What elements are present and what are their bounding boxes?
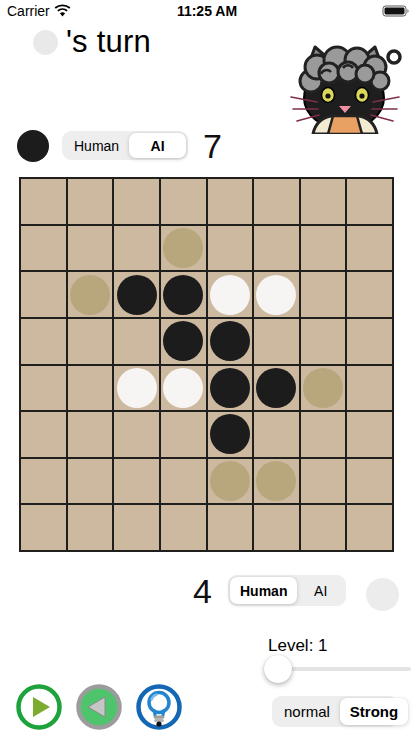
board-cell-f5[interactable] (254, 366, 299, 411)
battery-icon (382, 5, 410, 17)
board-cell-h8[interactable] (347, 505, 392, 550)
white-disc (256, 275, 296, 315)
board-cell-d1[interactable] (161, 179, 206, 224)
board-cell-c4[interactable] (114, 319, 159, 364)
board-cell-d2[interactable] (161, 226, 206, 271)
board-cell-h7[interactable] (347, 459, 392, 504)
white-turn-piece-icon (33, 30, 58, 55)
board-cell-a2[interactable] (21, 226, 66, 271)
board-cell-h1[interactable] (347, 179, 392, 224)
board-cell-d7[interactable] (161, 459, 206, 504)
black-player-panel: Human AI 7 (17, 129, 222, 162)
board-cell-c5[interactable] (114, 366, 159, 411)
board-cell-e5[interactable] (208, 366, 253, 411)
board-cell-h5[interactable] (347, 366, 392, 411)
board-cell-a8[interactable] (21, 505, 66, 550)
turn-label: 's turn (66, 24, 151, 60)
board-cell-h4[interactable] (347, 319, 392, 364)
othello-board[interactable] (19, 177, 394, 552)
white-piece-indicator (366, 578, 399, 611)
board-cell-h6[interactable] (347, 412, 392, 457)
board-cell-d8[interactable] (161, 505, 206, 550)
board-cell-c6[interactable] (114, 412, 159, 457)
legal-move-marker[interactable] (303, 368, 343, 408)
play-icon (16, 684, 62, 730)
board-cell-f4[interactable] (254, 319, 299, 364)
board-cell-d5[interactable] (161, 366, 206, 411)
white-disc (163, 368, 203, 408)
board-cell-c1[interactable] (114, 179, 159, 224)
hint-button[interactable] (136, 684, 182, 730)
undo-button[interactable] (76, 684, 122, 730)
board-cell-e8[interactable] (208, 505, 253, 550)
board-cell-f2[interactable] (254, 226, 299, 271)
board-cell-a3[interactable] (21, 272, 66, 317)
white-disc (210, 275, 250, 315)
board-cell-c8[interactable] (114, 505, 159, 550)
strength-segmented: normal Strong (272, 696, 398, 727)
board-cell-g2[interactable] (301, 226, 346, 271)
board-cell-a7[interactable] (21, 459, 66, 504)
slider-thumb[interactable] (264, 655, 292, 683)
black-piece-indicator (17, 130, 49, 162)
black-disc (210, 321, 250, 361)
level-label: Level: 1 (268, 636, 328, 656)
play-button[interactable] (16, 684, 62, 730)
board-cell-b5[interactable] (68, 366, 113, 411)
board-cell-e6[interactable] (208, 412, 253, 457)
board-cell-g3[interactable] (301, 272, 346, 317)
board-cell-g1[interactable] (301, 179, 346, 224)
black-disc (163, 275, 203, 315)
board-cell-b3[interactable] (68, 272, 113, 317)
board-cell-f6[interactable] (254, 412, 299, 457)
white-segment-human[interactable]: Human (230, 577, 297, 604)
black-disc-count: 7 (203, 129, 222, 163)
board-cell-c7[interactable] (114, 459, 159, 504)
black-segment-ai[interactable]: AI (129, 133, 186, 158)
segment-strong[interactable]: Strong (340, 698, 408, 725)
board-cell-f8[interactable] (254, 505, 299, 550)
board-cell-c3[interactable] (114, 272, 159, 317)
board-cell-e1[interactable] (208, 179, 253, 224)
cat-avatar (285, 43, 407, 134)
board-cell-b2[interactable] (68, 226, 113, 271)
board-cell-f7[interactable] (254, 459, 299, 504)
board-cell-e4[interactable] (208, 319, 253, 364)
board-cell-g7[interactable] (301, 459, 346, 504)
lightbulb-icon (136, 684, 182, 730)
white-disc (117, 368, 157, 408)
board-cell-b4[interactable] (68, 319, 113, 364)
white-player-mode-segmented: Human AI (228, 575, 346, 606)
white-segment-ai[interactable]: AI (297, 577, 344, 604)
black-disc (210, 368, 250, 408)
white-disc-count: 4 (193, 574, 212, 608)
board-cell-e2[interactable] (208, 226, 253, 271)
legal-move-marker[interactable] (163, 228, 203, 268)
legal-move-marker[interactable] (210, 461, 250, 501)
black-player-mode-segmented: Human AI (62, 131, 188, 160)
board-cell-g4[interactable] (301, 319, 346, 364)
black-disc (117, 275, 157, 315)
black-disc (256, 368, 296, 408)
board-cell-b8[interactable] (68, 505, 113, 550)
legal-move-marker[interactable] (256, 461, 296, 501)
board-cell-e3[interactable] (208, 272, 253, 317)
board-cell-g5[interactable] (301, 366, 346, 411)
status-bar: Carrier 11:25 AM (0, 0, 414, 20)
undo-icon (76, 684, 122, 730)
black-disc (163, 321, 203, 361)
segment-normal[interactable]: normal (274, 698, 340, 725)
board-cell-b7[interactable] (68, 459, 113, 504)
board-cell-d6[interactable] (161, 412, 206, 457)
legal-move-marker[interactable] (70, 275, 110, 315)
board-cell-f3[interactable] (254, 272, 299, 317)
board-cell-a4[interactable] (21, 319, 66, 364)
board-cell-h3[interactable] (347, 272, 392, 317)
board-cell-b6[interactable] (68, 412, 113, 457)
board-cell-a1[interactable] (21, 179, 66, 224)
board-cell-c2[interactable] (114, 226, 159, 271)
board-cell-h2[interactable] (347, 226, 392, 271)
black-disc (210, 414, 250, 454)
board-cell-b1[interactable] (68, 179, 113, 224)
board-cell-g6[interactable] (301, 412, 346, 457)
turn-indicator: 's turn (33, 24, 151, 60)
board-cell-g8[interactable] (301, 505, 346, 550)
clock-label: 11:25 AM (0, 3, 414, 19)
level-slider[interactable] (270, 655, 411, 683)
board-cell-e7[interactable] (208, 459, 253, 504)
black-segment-human[interactable]: Human (64, 133, 129, 158)
board-cell-d3[interactable] (161, 272, 206, 317)
board-cell-f1[interactable] (254, 179, 299, 224)
board-cell-d4[interactable] (161, 319, 206, 364)
board-cell-a5[interactable] (21, 366, 66, 411)
board-cell-a6[interactable] (21, 412, 66, 457)
